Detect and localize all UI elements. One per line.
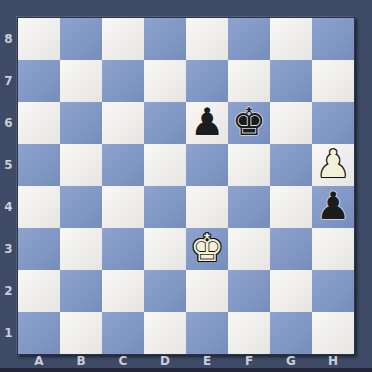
file-label-b: B: [60, 355, 102, 368]
square-c6[interactable]: [102, 102, 144, 144]
black-king[interactable]: ♚: [232, 103, 266, 141]
file-label-d: D: [144, 355, 186, 368]
square-g5[interactable]: [270, 144, 312, 186]
square-d3[interactable]: [144, 228, 186, 270]
square-f1[interactable]: [228, 312, 270, 354]
square-c8[interactable]: [102, 18, 144, 60]
square-c4[interactable]: [102, 186, 144, 228]
square-f2[interactable]: [228, 270, 270, 312]
square-c3[interactable]: [102, 228, 144, 270]
square-h3[interactable]: [312, 228, 354, 270]
square-e6[interactable]: ♟: [186, 102, 228, 144]
chess-diagram: 87654321 ♟♚♟♟♚ ABCDEFGH: [0, 0, 372, 372]
square-a8[interactable]: [18, 18, 60, 60]
black-pawn[interactable]: ♟: [190, 103, 224, 141]
square-g4[interactable]: [270, 186, 312, 228]
square-e7[interactable]: [186, 60, 228, 102]
square-e5[interactable]: [186, 144, 228, 186]
square-a6[interactable]: [18, 102, 60, 144]
rank-label-6: 6: [0, 102, 17, 144]
square-b2[interactable]: [60, 270, 102, 312]
square-b6[interactable]: [60, 102, 102, 144]
square-f7[interactable]: [228, 60, 270, 102]
rank-labels: 87654321: [0, 18, 17, 354]
square-d6[interactable]: [144, 102, 186, 144]
square-d4[interactable]: [144, 186, 186, 228]
square-d7[interactable]: [144, 60, 186, 102]
square-a7[interactable]: [18, 60, 60, 102]
rank-label-3: 3: [0, 228, 17, 270]
square-f3[interactable]: [228, 228, 270, 270]
square-h1[interactable]: [312, 312, 354, 354]
square-g3[interactable]: [270, 228, 312, 270]
square-c5[interactable]: [102, 144, 144, 186]
square-e2[interactable]: [186, 270, 228, 312]
square-c7[interactable]: [102, 60, 144, 102]
square-a1[interactable]: [18, 312, 60, 354]
square-g7[interactable]: [270, 60, 312, 102]
rank-label-1: 1: [0, 312, 17, 354]
square-h4[interactable]: ♟: [312, 186, 354, 228]
square-b5[interactable]: [60, 144, 102, 186]
square-f4[interactable]: [228, 186, 270, 228]
square-e4[interactable]: [186, 186, 228, 228]
square-f6[interactable]: ♚: [228, 102, 270, 144]
square-g6[interactable]: [270, 102, 312, 144]
square-a4[interactable]: [18, 186, 60, 228]
square-c1[interactable]: [102, 312, 144, 354]
file-label-g: G: [270, 355, 312, 368]
square-e8[interactable]: [186, 18, 228, 60]
square-d8[interactable]: [144, 18, 186, 60]
square-b3[interactable]: [60, 228, 102, 270]
square-f8[interactable]: [228, 18, 270, 60]
square-a5[interactable]: [18, 144, 60, 186]
square-h5[interactable]: ♟: [312, 144, 354, 186]
square-h6[interactable]: [312, 102, 354, 144]
square-h2[interactable]: [312, 270, 354, 312]
square-a3[interactable]: [18, 228, 60, 270]
white-pawn[interactable]: ♟: [316, 145, 350, 183]
square-b7[interactable]: [60, 60, 102, 102]
file-label-f: F: [228, 355, 270, 368]
rank-label-5: 5: [0, 144, 17, 186]
square-d2[interactable]: [144, 270, 186, 312]
file-labels: ABCDEFGH: [18, 355, 354, 368]
square-h8[interactable]: [312, 18, 354, 60]
square-b1[interactable]: [60, 312, 102, 354]
square-g8[interactable]: [270, 18, 312, 60]
rank-label-7: 7: [0, 60, 17, 102]
square-f5[interactable]: [228, 144, 270, 186]
square-g2[interactable]: [270, 270, 312, 312]
square-e3[interactable]: ♚: [186, 228, 228, 270]
square-e1[interactable]: [186, 312, 228, 354]
chess-board: ♟♚♟♟♚: [17, 17, 355, 355]
square-d5[interactable]: [144, 144, 186, 186]
black-pawn[interactable]: ♟: [316, 187, 350, 225]
file-label-a: A: [18, 355, 60, 368]
rank-label-8: 8: [0, 18, 17, 60]
rank-label-4: 4: [0, 186, 17, 228]
file-label-c: C: [102, 355, 144, 368]
file-label-e: E: [186, 355, 228, 368]
square-d1[interactable]: [144, 312, 186, 354]
square-b8[interactable]: [60, 18, 102, 60]
square-c2[interactable]: [102, 270, 144, 312]
rank-label-2: 2: [0, 270, 17, 312]
square-a2[interactable]: [18, 270, 60, 312]
square-g1[interactable]: [270, 312, 312, 354]
square-b4[interactable]: [60, 186, 102, 228]
white-king[interactable]: ♚: [190, 229, 224, 267]
square-h7[interactable]: [312, 60, 354, 102]
file-label-h: H: [312, 355, 354, 368]
